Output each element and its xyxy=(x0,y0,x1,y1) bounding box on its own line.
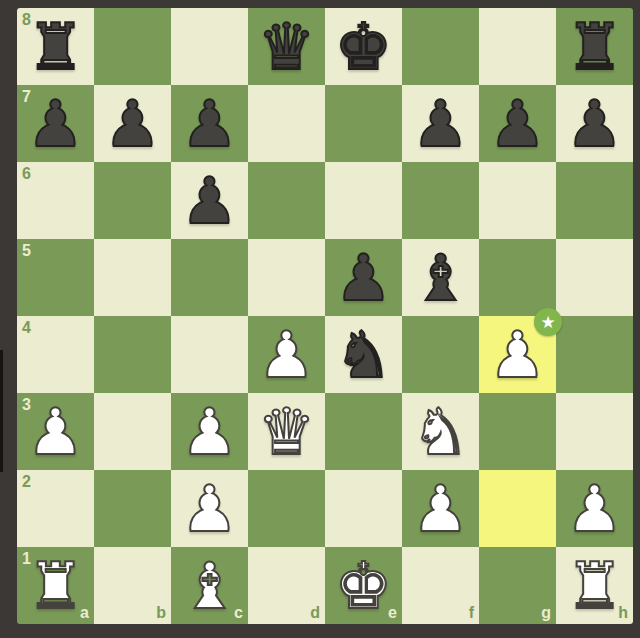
white-pawn[interactable]: ♟ xyxy=(171,393,248,470)
file-label-h: h xyxy=(618,605,628,621)
square-d2[interactable] xyxy=(248,470,325,547)
square-d4[interactable]: ♟ xyxy=(248,316,325,393)
square-f6[interactable] xyxy=(402,162,479,239)
square-f4[interactable] xyxy=(402,316,479,393)
rank-label-5: 5 xyxy=(22,243,31,259)
square-h3[interactable] xyxy=(556,393,633,470)
square-g4[interactable]: ♟★ xyxy=(479,316,556,393)
rank-label-4: 4 xyxy=(22,320,31,336)
square-d5[interactable] xyxy=(248,239,325,316)
black-pawn[interactable]: ♟ xyxy=(171,85,248,162)
square-h4[interactable] xyxy=(556,316,633,393)
square-c3[interactable]: ♟ xyxy=(171,393,248,470)
square-c7[interactable]: ♟ xyxy=(171,85,248,162)
square-f7[interactable]: ♟ xyxy=(402,85,479,162)
file-label-g: g xyxy=(541,605,551,621)
square-h7[interactable]: ♟ xyxy=(556,85,633,162)
square-b3[interactable] xyxy=(94,393,171,470)
file-label-b: b xyxy=(156,605,166,621)
black-rook[interactable]: ♜ xyxy=(556,8,633,85)
square-f5[interactable]: ♝ xyxy=(402,239,479,316)
square-d3[interactable]: ♛ xyxy=(248,393,325,470)
file-label-e: e xyxy=(388,605,397,621)
square-g3[interactable] xyxy=(479,393,556,470)
square-b8[interactable] xyxy=(94,8,171,85)
square-g5[interactable] xyxy=(479,239,556,316)
square-e4[interactable]: ♞ xyxy=(325,316,402,393)
square-b1[interactable]: b xyxy=(94,547,171,624)
square-g1[interactable]: g xyxy=(479,547,556,624)
square-d8[interactable]: ♛ xyxy=(248,8,325,85)
rank-label-7: 7 xyxy=(22,89,31,105)
black-knight[interactable]: ♞ xyxy=(325,316,402,393)
square-h2[interactable]: ♟ xyxy=(556,470,633,547)
white-pawn[interactable]: ♟ xyxy=(402,470,479,547)
black-queen[interactable]: ♛ xyxy=(248,8,325,85)
square-a4[interactable]: 4 xyxy=(17,316,94,393)
square-b2[interactable] xyxy=(94,470,171,547)
square-h6[interactable] xyxy=(556,162,633,239)
square-e1[interactable]: e♚ xyxy=(325,547,402,624)
square-e2[interactable] xyxy=(325,470,402,547)
star-glyph: ★ xyxy=(540,314,555,331)
square-c4[interactable] xyxy=(171,316,248,393)
black-king[interactable]: ♚ xyxy=(325,8,402,85)
square-a6[interactable]: 6 xyxy=(17,162,94,239)
square-a7[interactable]: 7♟ xyxy=(17,85,94,162)
file-label-f: f xyxy=(469,605,474,621)
black-pawn[interactable]: ♟ xyxy=(479,85,556,162)
black-pawn[interactable]: ♟ xyxy=(94,85,171,162)
square-c8[interactable] xyxy=(171,8,248,85)
square-a3[interactable]: 3♟ xyxy=(17,393,94,470)
square-c1[interactable]: c♝ xyxy=(171,547,248,624)
rank-label-8: 8 xyxy=(22,12,31,28)
best-move-star-icon: ★ xyxy=(534,308,562,336)
square-g6[interactable] xyxy=(479,162,556,239)
square-g2[interactable] xyxy=(479,470,556,547)
white-pawn[interactable]: ♟ xyxy=(248,316,325,393)
square-b5[interactable] xyxy=(94,239,171,316)
black-pawn[interactable]: ♟ xyxy=(325,239,402,316)
square-a5[interactable]: 5 xyxy=(17,239,94,316)
file-label-d: d xyxy=(310,605,320,621)
square-e8[interactable]: ♚ xyxy=(325,8,402,85)
square-f1[interactable]: f xyxy=(402,547,479,624)
square-h8[interactable]: ♜ xyxy=(556,8,633,85)
black-pawn[interactable]: ♟ xyxy=(402,85,479,162)
white-knight[interactable]: ♞ xyxy=(402,393,479,470)
black-bishop[interactable]: ♝ xyxy=(402,239,479,316)
square-d1[interactable]: d xyxy=(248,547,325,624)
file-label-a: a xyxy=(80,605,89,621)
white-pawn[interactable]: ♟ xyxy=(171,470,248,547)
rank-label-6: 6 xyxy=(22,166,31,182)
white-queen[interactable]: ♛ xyxy=(248,393,325,470)
rank-label-2: 2 xyxy=(22,474,31,490)
square-e7[interactable] xyxy=(325,85,402,162)
square-e3[interactable] xyxy=(325,393,402,470)
rank-label-3: 3 xyxy=(22,397,31,413)
square-b6[interactable] xyxy=(94,162,171,239)
square-d6[interactable] xyxy=(248,162,325,239)
square-e6[interactable] xyxy=(325,162,402,239)
square-a8[interactable]: 8♜ xyxy=(17,8,94,85)
file-label-c: c xyxy=(234,605,243,621)
square-h5[interactable] xyxy=(556,239,633,316)
left-edge-shadow xyxy=(0,350,3,472)
square-f3[interactable]: ♞ xyxy=(402,393,479,470)
square-a2[interactable]: 2 xyxy=(17,470,94,547)
square-d7[interactable] xyxy=(248,85,325,162)
square-b4[interactable] xyxy=(94,316,171,393)
white-pawn[interactable]: ♟ xyxy=(556,470,633,547)
square-a1[interactable]: 1a♜ xyxy=(17,547,94,624)
black-pawn[interactable]: ♟ xyxy=(556,85,633,162)
square-f2[interactable]: ♟ xyxy=(402,470,479,547)
rank-label-1: 1 xyxy=(22,551,31,567)
square-c2[interactable]: ♟ xyxy=(171,470,248,547)
square-e5[interactable]: ♟ xyxy=(325,239,402,316)
square-g8[interactable] xyxy=(479,8,556,85)
square-b7[interactable]: ♟ xyxy=(94,85,171,162)
square-c6[interactable]: ♟ xyxy=(171,162,248,239)
square-g7[interactable]: ♟ xyxy=(479,85,556,162)
chess-board: 8♜♛♚♜7♟♟♟♟♟♟6♟5♟♝4♟♞♟★3♟♟♛♞2♟♟♟1a♜bc♝de♚… xyxy=(17,8,633,624)
square-h1[interactable]: h♜ xyxy=(556,547,633,624)
black-pawn[interactable]: ♟ xyxy=(171,162,248,239)
square-f8[interactable] xyxy=(402,8,479,85)
square-c5[interactable] xyxy=(171,239,248,316)
